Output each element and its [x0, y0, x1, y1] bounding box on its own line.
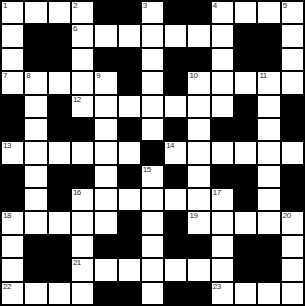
cell-r2c12 — [258, 25, 279, 46]
cell-r1c8 — [165, 2, 186, 23]
cell-r4c10[interactable] — [212, 72, 233, 93]
cell-r2c13[interactable] — [282, 25, 303, 46]
cell-r11c10[interactable] — [212, 236, 233, 257]
cell-r7c3[interactable] — [49, 142, 70, 163]
cell-r11c6 — [119, 236, 140, 257]
cell-r7c8[interactable]: 14 — [165, 142, 186, 163]
cell-r6c3 — [49, 119, 70, 140]
cell-r6c10 — [212, 119, 233, 140]
cell-r13c12[interactable] — [258, 283, 279, 304]
clue-number-15: 15 — [143, 165, 151, 175]
cell-r11c9 — [188, 236, 209, 257]
clue-number-13: 13 — [3, 141, 11, 151]
cell-r13c11[interactable] — [235, 283, 256, 304]
clue-number-4: 4 — [213, 1, 217, 11]
cell-r2c2 — [25, 25, 46, 46]
cell-r13c9 — [188, 283, 209, 304]
cell-r9c3 — [49, 189, 70, 210]
cell-r3c6 — [119, 49, 140, 70]
clue-number-21: 21 — [73, 258, 81, 268]
cell-r5c5[interactable] — [95, 96, 116, 117]
cell-r9c9[interactable] — [188, 189, 209, 210]
cell-r6c7[interactable] — [142, 119, 163, 140]
cell-r10c12[interactable] — [258, 212, 279, 233]
cell-r11c4[interactable] — [72, 236, 93, 257]
cell-r8c7[interactable]: 15 — [142, 166, 163, 187]
cell-r1c10[interactable]: 4 — [212, 2, 233, 23]
cell-r8c10 — [212, 166, 233, 187]
cell-r1c1[interactable]: 1 — [2, 2, 23, 23]
cell-r8c12[interactable] — [258, 166, 279, 187]
clue-number-9: 9 — [96, 71, 100, 81]
cell-r10c8 — [165, 212, 186, 233]
cell-r7c6[interactable] — [119, 142, 140, 163]
cell-r13c10[interactable]: 23 — [212, 283, 233, 304]
cell-r12c13[interactable] — [282, 259, 303, 280]
cell-r8c2[interactable] — [25, 166, 46, 187]
cell-r12c9[interactable] — [188, 259, 209, 280]
cell-r11c1[interactable] — [2, 236, 23, 257]
cell-r8c11 — [235, 166, 256, 187]
cell-r6c5[interactable] — [95, 119, 116, 140]
cell-r12c2 — [25, 259, 46, 280]
cell-r7c5[interactable] — [95, 142, 116, 163]
cell-r9c7[interactable] — [142, 189, 163, 210]
cell-r6c4 — [72, 119, 93, 140]
cell-r7c13[interactable] — [282, 142, 303, 163]
cell-r4c7[interactable] — [142, 72, 163, 93]
cell-r4c4[interactable] — [72, 72, 93, 93]
cell-r5c6[interactable] — [119, 96, 140, 117]
cell-r8c13 — [282, 166, 303, 187]
cell-r6c8 — [165, 119, 186, 140]
cell-r1c3[interactable] — [49, 2, 70, 23]
cell-r10c2[interactable] — [25, 212, 46, 233]
cell-r10c10[interactable] — [212, 212, 233, 233]
cell-r4c3[interactable] — [49, 72, 70, 93]
cell-r9c5[interactable] — [95, 189, 116, 210]
cell-r13c3[interactable] — [49, 283, 70, 304]
clue-number-17: 17 — [213, 188, 221, 198]
cell-r10c9[interactable]: 19 — [188, 212, 209, 233]
cell-r12c12 — [258, 259, 279, 280]
cell-r2c9[interactable] — [188, 25, 209, 46]
cell-r11c3 — [49, 236, 70, 257]
cell-r2c1[interactable] — [2, 25, 23, 46]
cell-r11c12 — [258, 236, 279, 257]
cell-r5c2[interactable] — [25, 96, 46, 117]
cell-r12c7[interactable] — [142, 259, 163, 280]
cell-r6c11 — [235, 119, 256, 140]
clue-number-11: 11 — [259, 71, 266, 81]
cell-r8c3 — [49, 166, 70, 187]
cell-r2c6[interactable] — [119, 25, 140, 46]
cell-r6c13 — [282, 119, 303, 140]
cell-r13c6 — [119, 283, 140, 304]
cell-r9c6[interactable] — [119, 189, 140, 210]
cell-r12c1[interactable] — [2, 259, 23, 280]
cell-r5c4[interactable]: 12 — [72, 96, 93, 117]
cell-r4c13[interactable] — [282, 72, 303, 93]
cell-r8c9[interactable] — [188, 166, 209, 187]
cell-r10c3[interactable] — [49, 212, 70, 233]
cell-r7c7 — [142, 142, 163, 163]
clue-number-20: 20 — [283, 211, 291, 221]
cell-r2c8[interactable] — [165, 25, 186, 46]
cell-r13c5 — [95, 283, 116, 304]
cell-r11c8 — [165, 236, 186, 257]
cell-r3c11 — [235, 49, 256, 70]
cell-r7c1[interactable]: 13 — [2, 142, 23, 163]
clue-number-23: 23 — [213, 282, 221, 292]
cell-r11c5 — [95, 236, 116, 257]
cell-r3c3 — [49, 49, 70, 70]
cell-r3c1[interactable] — [2, 49, 23, 70]
cell-r3c10[interactable] — [212, 49, 233, 70]
cell-r7c4[interactable] — [72, 142, 93, 163]
cell-r12c4[interactable]: 21 — [72, 259, 93, 280]
cell-r11c11 — [235, 236, 256, 257]
cell-r1c2[interactable] — [25, 2, 46, 23]
cell-r2c3 — [49, 25, 70, 46]
clue-number-1: 1 — [3, 1, 7, 11]
cell-r7c9[interactable] — [188, 142, 209, 163]
crossword-grid: 1234567891011121314151617181920212223 — [0, 0, 305, 306]
cell-r2c11 — [235, 25, 256, 46]
cell-r1c5 — [95, 2, 116, 23]
cell-r10c1[interactable]: 18 — [2, 212, 23, 233]
cell-r12c8[interactable] — [165, 259, 186, 280]
cell-r6c6 — [119, 119, 140, 140]
cell-r3c8 — [165, 49, 186, 70]
clue-number-12: 12 — [73, 95, 81, 105]
cell-r9c4[interactable]: 16 — [72, 189, 93, 210]
cell-r1c12[interactable] — [258, 2, 279, 23]
cell-r1c9 — [188, 2, 209, 23]
cell-r4c11[interactable] — [235, 72, 256, 93]
cell-r3c9 — [188, 49, 209, 70]
cell-r2c4[interactable]: 6 — [72, 25, 93, 46]
cell-r13c4[interactable] — [72, 283, 93, 304]
cell-r9c10[interactable]: 17 — [212, 189, 233, 210]
cell-r12c5[interactable] — [95, 259, 116, 280]
cell-r10c6 — [119, 212, 140, 233]
clue-number-22: 22 — [3, 282, 11, 292]
clue-number-6: 6 — [73, 24, 77, 34]
cell-r5c3 — [49, 96, 70, 117]
cell-r11c13[interactable] — [282, 236, 303, 257]
cell-r6c2[interactable] — [25, 119, 46, 140]
cell-r5c13 — [282, 96, 303, 117]
cell-r4c12[interactable]: 11 — [258, 72, 279, 93]
cell-r9c11 — [235, 189, 256, 210]
cell-r5c1 — [2, 96, 23, 117]
cell-r13c1[interactable]: 22 — [2, 283, 23, 304]
cell-r8c4 — [72, 166, 93, 187]
cell-r9c12[interactable] — [258, 189, 279, 210]
cell-r8c6 — [119, 166, 140, 187]
clue-number-18: 18 — [3, 211, 11, 221]
clue-number-7: 7 — [3, 71, 7, 81]
cell-r8c8 — [165, 166, 186, 187]
clue-number-5: 5 — [283, 1, 287, 11]
cell-r10c5[interactable] — [95, 212, 116, 233]
cell-r12c3 — [49, 259, 70, 280]
cell-r9c1 — [2, 189, 23, 210]
cell-r12c6[interactable] — [119, 259, 140, 280]
cell-r5c11 — [235, 96, 256, 117]
cell-r1c11[interactable] — [235, 2, 256, 23]
cell-r3c13[interactable] — [282, 49, 303, 70]
cell-r5c8[interactable] — [165, 96, 186, 117]
cell-r4c1[interactable]: 7 — [2, 72, 23, 93]
cell-r4c5[interactable]: 9 — [95, 72, 116, 93]
cell-r2c5[interactable] — [95, 25, 116, 46]
cell-r1c7[interactable]: 3 — [142, 2, 163, 23]
clue-number-3: 3 — [143, 1, 147, 11]
cell-r5c7[interactable] — [142, 96, 163, 117]
cell-r10c4[interactable] — [72, 212, 93, 233]
cell-r5c10[interactable] — [212, 96, 233, 117]
cell-r1c6 — [119, 2, 140, 23]
cell-r13c7[interactable] — [142, 283, 163, 304]
cell-r4c8 — [165, 72, 186, 93]
cell-r12c10[interactable] — [212, 259, 233, 280]
cell-r5c9[interactable] — [188, 96, 209, 117]
cell-r7c12[interactable] — [258, 142, 279, 163]
cell-r1c4[interactable]: 2 — [72, 2, 93, 23]
clue-number-8: 8 — [26, 71, 30, 81]
cell-r8c1 — [2, 166, 23, 187]
cell-r13c13[interactable] — [282, 283, 303, 304]
cell-r6c9[interactable] — [188, 119, 209, 140]
cell-r4c9[interactable]: 10 — [188, 72, 209, 93]
cell-r3c5 — [95, 49, 116, 70]
cell-r7c10[interactable] — [212, 142, 233, 163]
cell-r9c2[interactable] — [25, 189, 46, 210]
cell-r10c7[interactable] — [142, 212, 163, 233]
cell-r7c2[interactable] — [25, 142, 46, 163]
cell-r6c1 — [2, 119, 23, 140]
cell-r1c13[interactable]: 5 — [282, 2, 303, 23]
cell-r11c2 — [25, 236, 46, 257]
cell-r6c12[interactable] — [258, 119, 279, 140]
cell-r9c13 — [282, 189, 303, 210]
clue-number-14: 14 — [166, 141, 174, 151]
cell-r4c2[interactable]: 8 — [25, 72, 46, 93]
clue-number-10: 10 — [189, 71, 197, 81]
cell-r3c7[interactable] — [142, 49, 163, 70]
cell-r10c11[interactable] — [235, 212, 256, 233]
cell-r8c5[interactable] — [95, 166, 116, 187]
cell-r2c7[interactable] — [142, 25, 163, 46]
clue-number-19: 19 — [189, 211, 197, 221]
clue-number-2: 2 — [73, 1, 77, 11]
cell-r11c7[interactable] — [142, 236, 163, 257]
cell-r5c12[interactable] — [258, 96, 279, 117]
cell-r3c12 — [258, 49, 279, 70]
cell-r3c4[interactable] — [72, 49, 93, 70]
cell-r2c10[interactable] — [212, 25, 233, 46]
cell-r9c8[interactable] — [165, 189, 186, 210]
cell-r10c13[interactable]: 20 — [282, 212, 303, 233]
cell-r13c8 — [165, 283, 186, 304]
cell-r13c2[interactable] — [25, 283, 46, 304]
cell-r3c2 — [25, 49, 46, 70]
cell-r4c6 — [119, 72, 140, 93]
clue-number-16: 16 — [73, 188, 81, 198]
cell-r7c11[interactable] — [235, 142, 256, 163]
cell-r12c11 — [235, 259, 256, 280]
